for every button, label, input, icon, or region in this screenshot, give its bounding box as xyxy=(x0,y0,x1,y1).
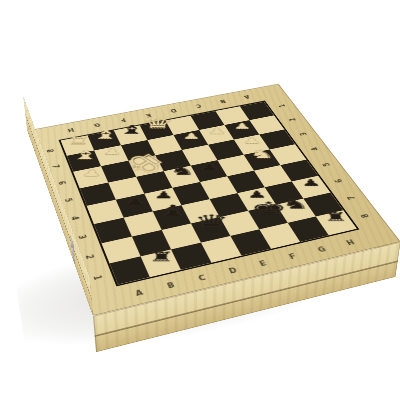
chess-case: ABCDEFGH ABCDEFGH 87654321 12345678 ♜♝♝♛… xyxy=(27,84,400,316)
square-e2 xyxy=(220,211,260,236)
square-a3 xyxy=(94,218,132,244)
square-a2 xyxy=(102,237,141,264)
square-c3 xyxy=(153,205,191,230)
coord-right-1: 1 xyxy=(268,100,297,111)
square-f3 xyxy=(237,187,276,211)
coord-right-3: 3 xyxy=(288,128,318,140)
wooden-chess-set-photo: ABCDEFGH ABCDEFGH 87654321 12345678 ♜♝♝♛… xyxy=(0,0,400,400)
square-c2 xyxy=(162,223,201,249)
square-g3 xyxy=(265,181,304,204)
square-b2 xyxy=(132,230,171,256)
square-g2 xyxy=(276,199,316,223)
square-f2 xyxy=(248,205,288,230)
